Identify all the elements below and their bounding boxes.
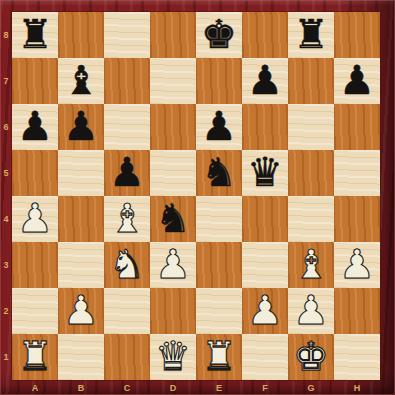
piece-black-pawn[interactable]: ♟ (247, 57, 283, 103)
square-h2[interactable] (334, 288, 380, 334)
square-f4[interactable] (242, 196, 288, 242)
piece-black-rook[interactable]: ♜ (293, 11, 329, 57)
square-c8[interactable] (104, 12, 150, 58)
file-labels: ABCDEFGH (12, 380, 380, 395)
piece-white-rook[interactable]: ♜ (17, 333, 53, 379)
piece-black-king[interactable]: ♚ (201, 11, 237, 57)
piece-white-pawn[interactable]: ♟ (63, 287, 99, 333)
square-c6[interactable] (104, 104, 150, 150)
square-c2[interactable] (104, 288, 150, 334)
file-label-a: A (12, 380, 58, 395)
square-c1[interactable] (104, 334, 150, 380)
rank-label-5: 5 (0, 150, 12, 196)
square-e8[interactable]: ♚ (196, 12, 242, 58)
square-b6[interactable]: ♟ (58, 104, 104, 150)
piece-white-king[interactable]: ♚ (293, 333, 329, 379)
piece-black-pawn[interactable]: ♟ (63, 103, 99, 149)
square-a7[interactable] (12, 58, 58, 104)
square-a3[interactable] (12, 242, 58, 288)
square-g2[interactable]: ♟ (288, 288, 334, 334)
piece-white-bishop[interactable]: ♝ (109, 195, 145, 241)
rank-label-1: 1 (0, 334, 12, 380)
square-e3[interactable] (196, 242, 242, 288)
square-c5[interactable]: ♟ (104, 150, 150, 196)
square-h8[interactable] (334, 12, 380, 58)
square-c3[interactable]: ♞ (104, 242, 150, 288)
square-b1[interactable] (58, 334, 104, 380)
square-b5[interactable] (58, 150, 104, 196)
piece-black-bishop[interactable]: ♝ (63, 57, 99, 103)
square-f7[interactable]: ♟ (242, 58, 288, 104)
piece-white-bishop[interactable]: ♝ (293, 241, 329, 287)
rank-label-7: 7 (0, 58, 12, 104)
piece-black-pawn[interactable]: ♟ (339, 57, 375, 103)
piece-white-pawn[interactable]: ♟ (247, 287, 283, 333)
square-g5[interactable] (288, 150, 334, 196)
square-b3[interactable] (58, 242, 104, 288)
file-label-d: D (150, 380, 196, 395)
piece-black-pawn[interactable]: ♟ (17, 103, 53, 149)
board-frame: 87654321 ♜♚♜♝♟♟♟♟♟♟♞♛♟♝♞♞♟♝♟♟♟♟♜♛♜♚ ABCD… (0, 0, 395, 395)
square-f6[interactable] (242, 104, 288, 150)
piece-black-knight[interactable]: ♞ (201, 149, 237, 195)
square-f1[interactable] (242, 334, 288, 380)
file-label-c: C (104, 380, 150, 395)
piece-white-pawn[interactable]: ♟ (17, 195, 53, 241)
square-d7[interactable] (150, 58, 196, 104)
square-e1[interactable]: ♜ (196, 334, 242, 380)
rank-label-6: 6 (0, 104, 12, 150)
square-a6[interactable]: ♟ (12, 104, 58, 150)
square-a2[interactable] (12, 288, 58, 334)
piece-white-pawn[interactable]: ♟ (293, 287, 329, 333)
square-g8[interactable]: ♜ (288, 12, 334, 58)
square-e7[interactable] (196, 58, 242, 104)
file-label-g: G (288, 380, 334, 395)
square-f5[interactable]: ♛ (242, 150, 288, 196)
piece-white-pawn[interactable]: ♟ (155, 241, 191, 287)
square-g3[interactable]: ♝ (288, 242, 334, 288)
square-f3[interactable] (242, 242, 288, 288)
square-h4[interactable] (334, 196, 380, 242)
square-h6[interactable] (334, 104, 380, 150)
square-a4[interactable]: ♟ (12, 196, 58, 242)
piece-white-knight[interactable]: ♞ (109, 241, 145, 287)
square-a5[interactable] (12, 150, 58, 196)
piece-white-queen[interactable]: ♛ (155, 333, 191, 379)
square-a1[interactable]: ♜ (12, 334, 58, 380)
square-f8[interactable] (242, 12, 288, 58)
file-label-h: H (334, 380, 380, 395)
square-h3[interactable]: ♟ (334, 242, 380, 288)
piece-black-knight[interactable]: ♞ (155, 195, 191, 241)
rank-labels: 87654321 (0, 12, 12, 380)
square-b8[interactable] (58, 12, 104, 58)
square-g1[interactable]: ♚ (288, 334, 334, 380)
square-e5[interactable]: ♞ (196, 150, 242, 196)
square-f2[interactable]: ♟ (242, 288, 288, 334)
square-d3[interactable]: ♟ (150, 242, 196, 288)
square-d6[interactable] (150, 104, 196, 150)
rank-label-3: 3 (0, 242, 12, 288)
square-d2[interactable] (150, 288, 196, 334)
rank-label-8: 8 (0, 12, 12, 58)
piece-black-queen[interactable]: ♛ (247, 149, 283, 195)
file-label-f: F (242, 380, 288, 395)
square-h5[interactable] (334, 150, 380, 196)
square-b4[interactable] (58, 196, 104, 242)
file-label-b: B (58, 380, 104, 395)
piece-white-rook[interactable]: ♜ (201, 333, 237, 379)
square-e4[interactable] (196, 196, 242, 242)
square-d8[interactable] (150, 12, 196, 58)
square-g4[interactable] (288, 196, 334, 242)
square-c7[interactable] (104, 58, 150, 104)
square-b7[interactable]: ♝ (58, 58, 104, 104)
square-h7[interactable]: ♟ (334, 58, 380, 104)
square-e6[interactable]: ♟ (196, 104, 242, 150)
square-g6[interactable] (288, 104, 334, 150)
square-a8[interactable]: ♜ (12, 12, 58, 58)
square-g7[interactable] (288, 58, 334, 104)
square-d1[interactable]: ♛ (150, 334, 196, 380)
square-b2[interactable]: ♟ (58, 288, 104, 334)
piece-white-pawn[interactable]: ♟ (339, 241, 375, 287)
square-d4[interactable]: ♞ (150, 196, 196, 242)
square-c4[interactable]: ♝ (104, 196, 150, 242)
piece-black-pawn[interactable]: ♟ (201, 103, 237, 149)
rank-label-2: 2 (0, 288, 12, 334)
rank-label-4: 4 (0, 196, 12, 242)
piece-black-pawn[interactable]: ♟ (109, 149, 145, 195)
square-d5[interactable] (150, 150, 196, 196)
square-h1[interactable] (334, 334, 380, 380)
file-label-e: E (196, 380, 242, 395)
chess-board: ♜♚♜♝♟♟♟♟♟♟♞♛♟♝♞♞♟♝♟♟♟♟♜♛♜♚ (12, 12, 380, 380)
piece-black-rook[interactable]: ♜ (17, 11, 53, 57)
square-e2[interactable] (196, 288, 242, 334)
